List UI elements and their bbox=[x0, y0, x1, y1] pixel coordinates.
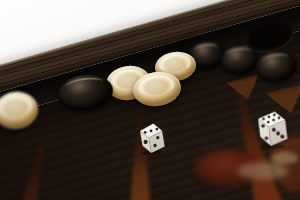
backgammon-photo-scene bbox=[0, 0, 300, 200]
point-dark bbox=[0, 123, 26, 200]
left-die bbox=[132, 119, 168, 160]
right-die bbox=[250, 109, 291, 156]
blurred-checker bbox=[196, 150, 262, 186]
